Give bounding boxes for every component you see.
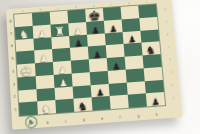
board-logo-stamp: ♞ <box>24 114 40 130</box>
square-g1[interactable] <box>128 94 147 108</box>
piece-black-pawn-h1: ♟ <box>151 97 160 107</box>
coord-label-1: 1 <box>12 103 19 116</box>
square-h1[interactable]: ♟ <box>146 92 165 106</box>
coord-label-h: h <box>147 111 166 117</box>
coord-label-8: 8 <box>7 15 14 28</box>
coord-label-6: 6 <box>9 39 16 52</box>
piece-white-knight-b1: ♞ <box>41 103 52 115</box>
square-b1[interactable]: ♞ <box>37 100 56 114</box>
coord-label-d: d <box>75 117 94 123</box>
rank-labels-right: 87654321 <box>162 4 177 105</box>
coord-label-4: 4 <box>166 53 173 66</box>
coord-label-1: 1 <box>170 91 177 104</box>
square-c1[interactable] <box>55 99 74 113</box>
square-e1[interactable] <box>92 96 111 110</box>
coord-label-2: 2 <box>11 90 18 103</box>
coord-label-4: 4 <box>10 65 17 78</box>
coord-label-7: 7 <box>163 16 170 29</box>
coord-label-6: 6 <box>164 28 171 41</box>
coord-label-e: e <box>93 115 112 121</box>
square-f1[interactable] <box>110 95 129 109</box>
chess-board: ♚♞♟♜♟♟♟♟♟♟♟♞♚♟♟♟♟♞♞♟ abcdefgh abcdefgh 8… <box>6 0 182 130</box>
board-grid: ♚♞♟♜♟♟♟♟♟♟♟♞♚♟♟♟♟♞♞♟ <box>14 4 165 116</box>
photo-background: ♚♞♟♜♟♟♟♟♟♟♟♞♚♟♟♟♟♞♞♟ abcdefgh abcdefgh 8… <box>0 0 200 134</box>
coord-label-2: 2 <box>169 79 176 92</box>
coord-label-3: 3 <box>11 77 18 90</box>
coord-label-5: 5 <box>9 52 16 65</box>
coord-label-c: c <box>57 118 76 124</box>
square-a1[interactable] <box>19 102 38 116</box>
coord-label-b: b <box>38 119 57 125</box>
coord-label-3: 3 <box>168 66 175 79</box>
coord-label-7: 7 <box>8 27 15 40</box>
coord-label-f: f <box>111 114 130 120</box>
coord-label-8: 8 <box>162 4 169 17</box>
square-d1[interactable]: ♞ <box>73 98 92 112</box>
coord-label-g: g <box>129 113 148 119</box>
logo-knight-icon: ♞ <box>27 117 36 127</box>
piece-black-knight-d1: ♞ <box>78 101 89 113</box>
coord-label-5: 5 <box>165 41 172 54</box>
